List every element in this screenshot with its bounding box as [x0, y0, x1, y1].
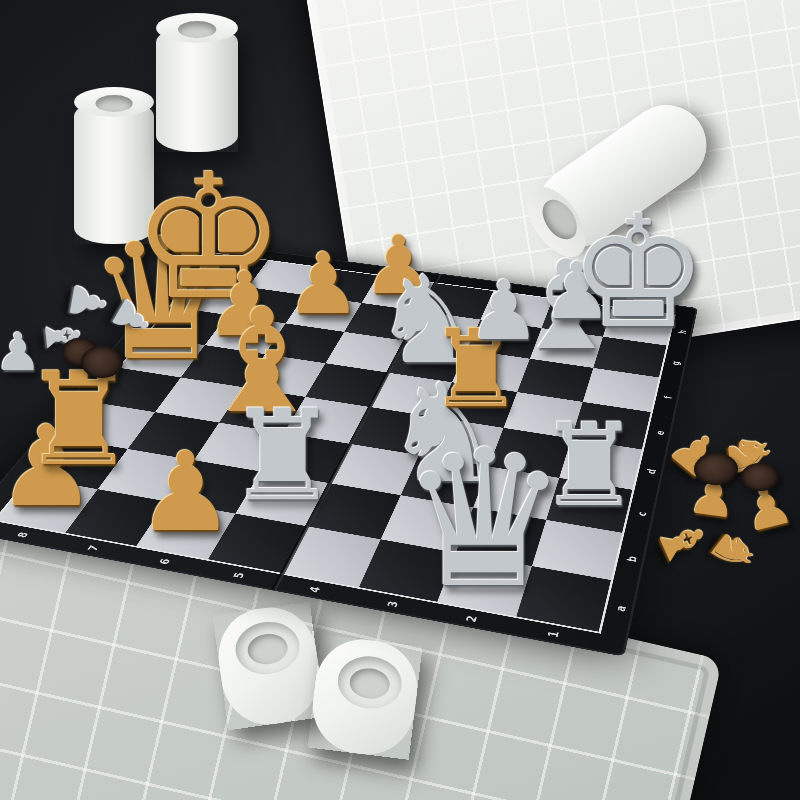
cylinder-cavity: [178, 21, 216, 38]
fallen-gold-pawn[interactable]: ♟: [685, 467, 740, 527]
file-label-f: f: [662, 395, 674, 399]
rank-label-6: 6: [158, 558, 173, 566]
rank-label-5: 5: [232, 572, 247, 580]
cylinder-body: [74, 100, 154, 244]
cup-mold-right: [307, 634, 422, 760]
felt-base: [694, 453, 738, 485]
cylinder-mold-standing-back: [156, 26, 238, 152]
rank-label-4: 4: [307, 586, 322, 594]
rank-label-1: 1: [546, 630, 561, 639]
fallen-gold-pawn[interactable]: ♟: [738, 477, 798, 541]
rank-label-8: 8: [15, 531, 30, 538]
fallen-gold-bishop[interactable]: ♝: [646, 508, 718, 577]
fallen-gold-knight[interactable]: ♞: [700, 519, 767, 585]
cup-mold-left: [212, 602, 325, 731]
file-label-a: a: [614, 605, 629, 613]
cylinder-body: [156, 26, 238, 152]
file-label-e: e: [654, 430, 666, 436]
fallen-gold-knight[interactable]: ♞: [718, 429, 778, 484]
file-label-g: g: [670, 361, 681, 366]
product-photo-chess-set-with-molds: { "game": "chess", "scene": { "setting":…: [0, 0, 800, 800]
rank-label-7: 7: [86, 544, 101, 551]
felt-base: [741, 463, 779, 491]
rank-label-2: 2: [465, 615, 480, 623]
file-label-d: d: [645, 468, 658, 475]
file-label-c: c: [636, 511, 649, 517]
cylinder-cavity: [96, 95, 133, 112]
file-label-h: h: [677, 329, 688, 334]
felt-base: [62, 338, 98, 366]
rank-label-3: 3: [385, 600, 400, 608]
fallen-silver-pawn[interactable]: ♟: [62, 278, 114, 327]
file-label-b: b: [625, 555, 639, 563]
fallen-silver-bishop[interactable]: ♝: [37, 313, 87, 359]
cylinder-mold-standing-front: [74, 100, 154, 244]
fallen-silver-pawn[interactable]: ♟: [0, 326, 41, 378]
